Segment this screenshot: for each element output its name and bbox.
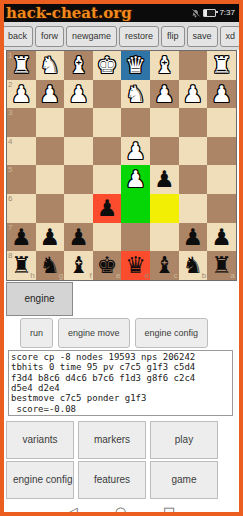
piece-white-pawn: ♟ — [64, 80, 93, 109]
markers-menu-button[interactable]: markers — [78, 421, 146, 459]
square-c5[interactable]: ♟ — [150, 165, 179, 194]
file-label-c: c — [174, 272, 178, 280]
square-d4[interactable]: ♟ — [121, 137, 150, 166]
square-b5[interactable] — [179, 165, 208, 194]
nav-back-icon[interactable]: ◁ — [68, 505, 78, 516]
engine-output-line: f3d4 b8c6 d4c6 b7c6 f1d3 g8f6 c2c4 — [11, 373, 230, 383]
square-c2[interactable]: ♟ — [150, 80, 179, 109]
square-h4[interactable]: 4 — [7, 137, 36, 166]
engine-output[interactable]: score cp -8 nodes 19593 nps 206242tbhits… — [8, 350, 233, 416]
square-d7[interactable] — [121, 223, 150, 252]
square-a2[interactable]: ♟ — [207, 80, 236, 109]
square-e4[interactable] — [93, 137, 122, 166]
square-e8[interactable]: e♚ — [93, 251, 122, 280]
square-d5[interactable]: ♟ — [121, 165, 150, 194]
square-b1[interactable] — [179, 51, 208, 80]
piece-black-pawn: ♟ — [64, 223, 93, 252]
play-menu-button[interactable]: play — [150, 421, 218, 459]
square-b8[interactable]: b♞ — [179, 251, 208, 280]
status-bar-right: 7:37 — [191, 9, 239, 18]
piece-black-pawn: ♟ — [150, 165, 179, 194]
piece-white-bishop: ♝ — [64, 51, 93, 80]
battery-icon — [203, 9, 216, 17]
engine-output-line: score cp -8 nodes 19593 nps 206242 — [11, 352, 230, 362]
watermark-text: hack-cheat.org — [4, 5, 132, 21]
square-f4[interactable] — [64, 137, 93, 166]
square-b7[interactable]: ♟ — [179, 223, 208, 252]
features-menu-button[interactable]: features — [78, 461, 146, 499]
nav-recents-icon[interactable]: □ — [163, 505, 175, 516]
square-h1[interactable]: 1♜ — [7, 51, 36, 80]
rank-label-3: 3 — [8, 109, 12, 117]
square-f6[interactable] — [64, 194, 93, 223]
file-label-g: g — [59, 272, 63, 280]
square-e1[interactable]: ♚ — [93, 51, 122, 80]
piece-black-pawn: ♟ — [207, 223, 236, 252]
engine-output-line: d5e4 d2e4 — [11, 383, 230, 393]
square-a8[interactable]: a♜ — [207, 251, 236, 280]
toolbar-button-back[interactable]: back — [2, 26, 33, 47]
square-g2[interactable]: ♟ — [36, 80, 65, 109]
square-a6[interactable] — [207, 194, 236, 223]
game-menu-button[interactable]: game — [150, 461, 218, 499]
square-a1[interactable]: ♜ — [207, 51, 236, 80]
square-a5[interactable] — [207, 165, 236, 194]
file-label-f: f — [90, 272, 92, 280]
square-d8[interactable]: d♛ — [121, 251, 150, 280]
square-d3[interactable] — [121, 108, 150, 137]
file-label-d: d — [145, 272, 149, 280]
rank-label-5: 5 — [8, 166, 12, 174]
square-c4[interactable] — [150, 137, 179, 166]
square-g5[interactable] — [36, 165, 65, 194]
piece-white-queen: ♛ — [121, 51, 150, 80]
square-g7[interactable]: ♟ — [36, 223, 65, 252]
square-g3[interactable] — [36, 108, 65, 137]
file-label-a: a — [230, 272, 234, 280]
square-f2[interactable]: ♟ — [64, 80, 93, 109]
square-d2[interactable]: ♞ — [121, 80, 150, 109]
piece-white-pawn: ♟ — [179, 80, 208, 109]
rank-label-6: 6 — [8, 195, 12, 203]
engine-move-button[interactable]: engine move — [58, 318, 130, 348]
variants-menu-button[interactable]: variants — [6, 421, 74, 459]
square-e6[interactable]: ♟ — [93, 194, 122, 223]
square-c3[interactable] — [150, 108, 179, 137]
square-a7[interactable]: ♟ — [207, 223, 236, 252]
piece-black-pawn: ♟ — [36, 223, 65, 252]
square-g1[interactable]: ♞ — [36, 51, 65, 80]
engine-config-menu-button[interactable]: engine config — [6, 461, 74, 499]
square-g4[interactable] — [36, 137, 65, 166]
file-label-e: e — [116, 272, 120, 280]
piece-white-knight: ♞ — [121, 80, 150, 109]
engine-controls: runengine moveengine config — [20, 318, 239, 348]
file-label-h: h — [30, 272, 34, 280]
square-b3[interactable] — [179, 108, 208, 137]
square-c7[interactable] — [150, 223, 179, 252]
square-g6[interactable] — [36, 194, 65, 223]
toolbar-button-restore[interactable]: restore — [119, 26, 159, 47]
square-c8[interactable]: c♝ — [150, 251, 179, 280]
piece-black-pawn: ♟ — [179, 223, 208, 252]
toolbar-button-flip[interactable]: flip — [161, 26, 185, 47]
rank-label-1: 1 — [8, 52, 12, 60]
rank-label-2: 2 — [8, 81, 12, 89]
piece-white-king: ♚ — [93, 51, 122, 80]
rank-label-4: 4 — [8, 138, 12, 146]
square-f3[interactable] — [64, 108, 93, 137]
android-nav-bar: ◁○□ — [4, 499, 239, 516]
square-c1[interactable]: ♝ — [150, 51, 179, 80]
square-d1[interactable]: ♛ — [121, 51, 150, 80]
piece-white-pawn: ♟ — [207, 80, 236, 109]
square-b2[interactable]: ♟ — [179, 80, 208, 109]
square-e5[interactable] — [93, 165, 122, 194]
square-h3[interactable]: 3 — [7, 108, 36, 137]
square-a3[interactable] — [207, 108, 236, 137]
piece-white-pawn: ♟ — [121, 165, 150, 194]
toolbar-button-newgame[interactable]: newgame — [66, 26, 117, 47]
phone-frame: hack-cheat.org 7:37 backforwnewgameresto… — [0, 0, 243, 516]
toolbar-button-forw[interactable]: forw — [35, 26, 64, 47]
piece-black-pawn: ♟ — [93, 194, 122, 223]
piece-black-bishop: ♝ — [64, 251, 93, 280]
clock: 7:37 — [219, 9, 235, 17]
square-b4[interactable] — [179, 137, 208, 166]
file-label-b: b — [202, 272, 206, 280]
piece-white-bishop: ♝ — [150, 51, 179, 80]
piece-white-pawn: ♟ — [150, 80, 179, 109]
mute-bell-icon — [191, 9, 200, 18]
piece-white-pawn: ♟ — [36, 80, 65, 109]
square-h8[interactable]: 8h♜ — [7, 251, 36, 280]
nav-home-icon[interactable]: ○ — [115, 505, 126, 516]
rank-label-8: 8 — [8, 252, 12, 260]
square-d6[interactable] — [121, 194, 150, 223]
square-c6[interactable] — [150, 194, 179, 223]
square-e3[interactable] — [93, 108, 122, 137]
toolbar-button-xd[interactable]: xd — [220, 26, 242, 47]
rank-label-7: 7 — [8, 224, 12, 232]
square-f1[interactable]: ♝ — [64, 51, 93, 80]
square-h5[interactable]: 5 — [7, 165, 36, 194]
piece-white-knight: ♞ — [36, 51, 65, 80]
square-b6[interactable] — [179, 194, 208, 223]
status-bar: hack-cheat.org 7:37 — [4, 4, 239, 22]
menu-grid: variantsmarkersplayengine configfeatures… — [6, 421, 239, 499]
piece-white-pawn: ♟ — [121, 137, 150, 166]
toolbar: backforwnewgamerestoreflipsavexd — [4, 22, 239, 50]
engine-config-button[interactable]: engine config — [135, 318, 209, 348]
engine-output-line: score=-0.08 — [11, 404, 230, 414]
chess-board: 1♜♞♝♚♛♝♜2♟♟♟♞♟♟♟34♟5♟♟6♟7♟♟♟♟♟8h♜g♞f♝e♚d… — [6, 50, 237, 281]
square-e7[interactable] — [93, 223, 122, 252]
square-f5[interactable] — [64, 165, 93, 194]
square-h2[interactable]: 2♟ — [7, 80, 36, 109]
square-f8[interactable]: f♝ — [64, 251, 93, 280]
square-a4[interactable] — [207, 137, 236, 166]
square-g8[interactable]: g♞ — [36, 251, 65, 280]
piece-white-rook: ♜ — [207, 51, 236, 80]
square-e2[interactable] — [93, 80, 122, 109]
square-f7[interactable]: ♟ — [64, 223, 93, 252]
engine-output-line: bestmove c7c5 ponder g1f3 — [11, 393, 230, 403]
engine-output-line: tbhits 0 time 95 pv c7c5 g1f3 c5d4 — [11, 362, 230, 372]
square-h6[interactable]: 6 — [7, 194, 36, 223]
engine-button[interactable]: engine — [6, 282, 73, 316]
run-button[interactable]: run — [20, 318, 53, 348]
square-h7[interactable]: 7♟ — [7, 223, 36, 252]
toolbar-button-save[interactable]: save — [187, 26, 218, 47]
